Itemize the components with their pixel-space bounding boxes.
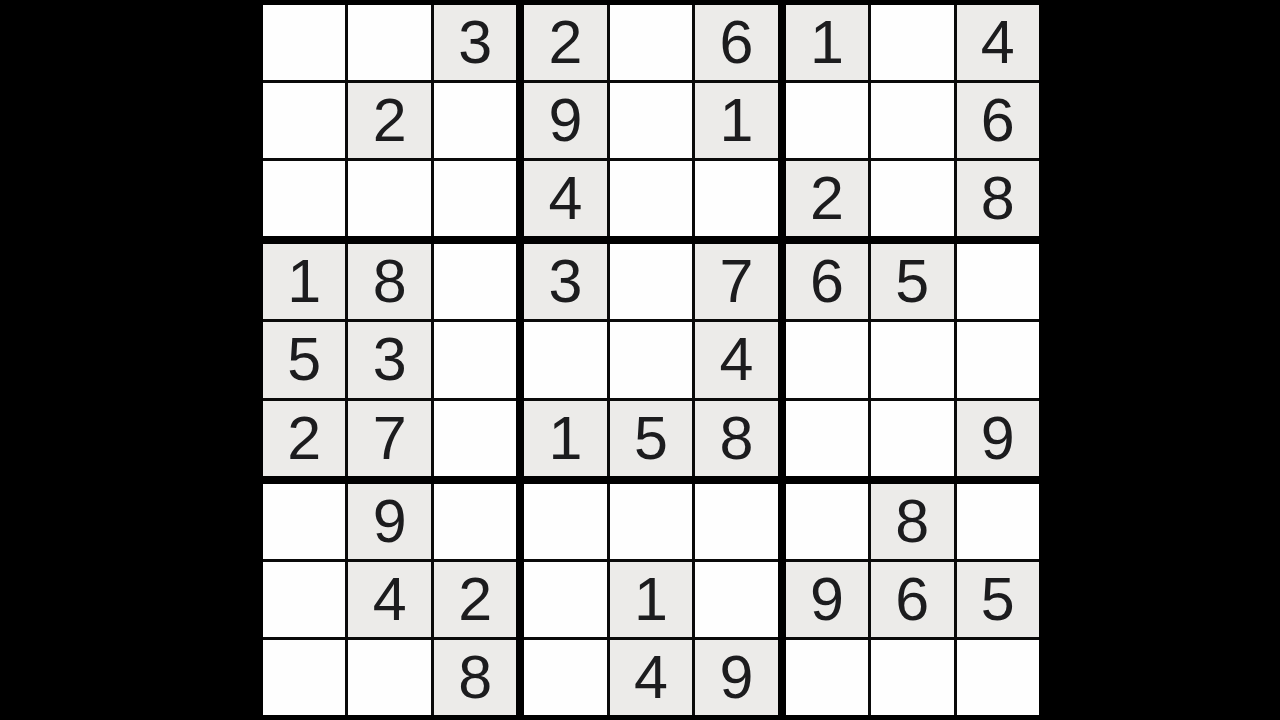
sudoku-cell[interactable] bbox=[610, 484, 692, 559]
sudoku-cell[interactable] bbox=[348, 161, 430, 236]
sudoku-cell: 5 bbox=[263, 322, 345, 397]
sudoku-cell: 5 bbox=[871, 244, 953, 319]
sudoku-cell[interactable] bbox=[957, 244, 1039, 319]
sudoku-cell[interactable] bbox=[263, 562, 345, 637]
sudoku-cell[interactable] bbox=[695, 484, 777, 559]
sudoku-cell[interactable] bbox=[524, 322, 606, 397]
sudoku-cell: 3 bbox=[348, 322, 430, 397]
sudoku-cell: 6 bbox=[957, 83, 1039, 158]
sudoku-cell: 1 bbox=[263, 244, 345, 319]
sudoku-box: 8965 bbox=[786, 484, 1039, 715]
sudoku-cell: 4 bbox=[610, 640, 692, 715]
sudoku-cell[interactable] bbox=[695, 161, 777, 236]
sudoku-cell[interactable] bbox=[786, 640, 868, 715]
sudoku-cell: 8 bbox=[348, 244, 430, 319]
background: 32269141462818532737415865994281498965 bbox=[0, 0, 1280, 720]
sudoku-cell[interactable] bbox=[610, 322, 692, 397]
sudoku-box: 185327 bbox=[263, 244, 516, 475]
sudoku-cell: 2 bbox=[263, 401, 345, 476]
sudoku-cell[interactable] bbox=[263, 5, 345, 80]
sudoku-box: 32 bbox=[263, 5, 516, 236]
sudoku-cell[interactable] bbox=[434, 484, 516, 559]
sudoku-cell: 1 bbox=[610, 562, 692, 637]
sudoku-cell: 8 bbox=[871, 484, 953, 559]
sudoku-cell[interactable] bbox=[434, 83, 516, 158]
sudoku-cell[interactable] bbox=[871, 5, 953, 80]
sudoku-cell: 4 bbox=[695, 322, 777, 397]
sudoku-cell: 2 bbox=[786, 161, 868, 236]
sudoku-cell[interactable] bbox=[610, 161, 692, 236]
sudoku-cell[interactable] bbox=[871, 401, 953, 476]
sudoku-box: 26914 bbox=[524, 5, 777, 236]
sudoku-cell: 7 bbox=[695, 244, 777, 319]
sudoku-cell[interactable] bbox=[610, 83, 692, 158]
sudoku-cell: 1 bbox=[695, 83, 777, 158]
sudoku-cell: 9 bbox=[348, 484, 430, 559]
sudoku-cell: 5 bbox=[610, 401, 692, 476]
sudoku-cell: 6 bbox=[871, 562, 953, 637]
sudoku-box: 659 bbox=[786, 244, 1039, 475]
sudoku-cell[interactable] bbox=[263, 640, 345, 715]
sudoku-cell: 9 bbox=[957, 401, 1039, 476]
sudoku-cell[interactable] bbox=[263, 484, 345, 559]
sudoku-cell: 9 bbox=[695, 640, 777, 715]
sudoku-cell[interactable] bbox=[957, 484, 1039, 559]
sudoku-cell[interactable] bbox=[786, 83, 868, 158]
sudoku-cell: 1 bbox=[524, 401, 606, 476]
sudoku-box: 374158 bbox=[524, 244, 777, 475]
sudoku-cell: 8 bbox=[957, 161, 1039, 236]
sudoku-cell[interactable] bbox=[786, 401, 868, 476]
sudoku-cell: 3 bbox=[524, 244, 606, 319]
sudoku-cell: 6 bbox=[695, 5, 777, 80]
sudoku-cell[interactable] bbox=[786, 484, 868, 559]
sudoku-cell[interactable] bbox=[871, 640, 953, 715]
sudoku-cell: 9 bbox=[786, 562, 868, 637]
sudoku-cell[interactable] bbox=[263, 161, 345, 236]
sudoku-cell[interactable] bbox=[957, 640, 1039, 715]
sudoku-cell: 3 bbox=[434, 5, 516, 80]
sudoku-cell[interactable] bbox=[871, 83, 953, 158]
sudoku-cell[interactable] bbox=[610, 5, 692, 80]
sudoku-box: 9428 bbox=[263, 484, 516, 715]
sudoku-cell[interactable] bbox=[524, 562, 606, 637]
sudoku-board: 32269141462818532737415865994281498965 bbox=[259, 0, 1043, 720]
sudoku-cell[interactable] bbox=[348, 640, 430, 715]
sudoku-cell: 7 bbox=[348, 401, 430, 476]
sudoku-cell: 6 bbox=[786, 244, 868, 319]
sudoku-cell[interactable] bbox=[263, 83, 345, 158]
sudoku-cell: 5 bbox=[957, 562, 1039, 637]
sudoku-cell[interactable] bbox=[348, 5, 430, 80]
sudoku-cell[interactable] bbox=[695, 562, 777, 637]
sudoku-cell: 1 bbox=[786, 5, 868, 80]
sudoku-cell[interactable] bbox=[434, 322, 516, 397]
sudoku-cell: 4 bbox=[348, 562, 430, 637]
sudoku-cell[interactable] bbox=[434, 401, 516, 476]
sudoku-cell[interactable] bbox=[434, 161, 516, 236]
sudoku-cell: 4 bbox=[524, 161, 606, 236]
sudoku-cell: 2 bbox=[434, 562, 516, 637]
sudoku-cell[interactable] bbox=[434, 244, 516, 319]
sudoku-cell[interactable] bbox=[610, 244, 692, 319]
sudoku-cell: 8 bbox=[695, 401, 777, 476]
sudoku-cell: 4 bbox=[957, 5, 1039, 80]
sudoku-cell[interactable] bbox=[524, 640, 606, 715]
sudoku-cell: 8 bbox=[434, 640, 516, 715]
sudoku-cell[interactable] bbox=[871, 322, 953, 397]
sudoku-cell[interactable] bbox=[786, 322, 868, 397]
sudoku-cell[interactable] bbox=[524, 484, 606, 559]
sudoku-box: 149 bbox=[524, 484, 777, 715]
sudoku-cell[interactable] bbox=[957, 322, 1039, 397]
sudoku-box: 14628 bbox=[786, 5, 1039, 236]
sudoku-cell[interactable] bbox=[871, 161, 953, 236]
sudoku-cell: 2 bbox=[348, 83, 430, 158]
sudoku-cell: 2 bbox=[524, 5, 606, 80]
sudoku-cell: 9 bbox=[524, 83, 606, 158]
